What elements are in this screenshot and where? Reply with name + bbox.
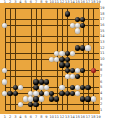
white-stone [75, 28, 80, 33]
row-label: 6 [100, 80, 102, 84]
column-label: 1 [4, 115, 6, 119]
grid-lines [5, 8, 99, 111]
column-label: 18 [91, 115, 95, 119]
row-label: 9 [100, 63, 102, 67]
white-stone [91, 96, 96, 101]
white-stone [85, 45, 90, 50]
white-stone [75, 91, 80, 96]
row-label: 17 [100, 17, 104, 21]
hoshi-point [51, 25, 53, 27]
black-stone [80, 23, 85, 28]
row-label: 15 [100, 29, 104, 33]
black-stone [65, 57, 70, 62]
row-label: 5 [100, 85, 102, 89]
row-label: 13 [100, 40, 104, 44]
black-stone [85, 96, 90, 101]
white-stone [39, 96, 44, 101]
column-label: 10 [49, 115, 53, 119]
column-label: 17 [86, 0, 90, 4]
row-label: 10 [100, 57, 104, 61]
column-label: 16 [81, 0, 85, 4]
white-stone [2, 23, 7, 28]
row-label: 14 [100, 34, 104, 38]
column-label: 2 [9, 0, 11, 4]
black-stone [33, 79, 38, 84]
column-label: 16 [81, 115, 85, 119]
black-stone [44, 79, 49, 84]
black-stone [49, 91, 54, 96]
column-label: 19 [96, 0, 100, 4]
white-stone [59, 85, 64, 90]
white-stone [18, 85, 23, 90]
row-label: 11 [100, 51, 104, 55]
row-label: 16 [100, 23, 104, 27]
go-board[interactable] [0, 3, 100, 114]
white-stone [2, 79, 7, 84]
white-stone [18, 102, 23, 107]
column-label: 14 [70, 0, 74, 4]
column-label: 4 [19, 115, 21, 119]
black-stone [59, 91, 64, 96]
black-stone [85, 85, 90, 90]
column-label: 15 [75, 115, 79, 119]
column-label: 18 [91, 0, 95, 4]
hoshi-point [20, 93, 22, 95]
black-stone [75, 74, 80, 79]
hoshi-point [82, 93, 84, 95]
column-label: 11 [55, 0, 59, 4]
column-label: 3 [14, 0, 16, 4]
column-label: 9 [45, 115, 47, 119]
column-label: 6 [30, 0, 32, 4]
white-stone [2, 68, 7, 73]
column-label: 12 [60, 0, 64, 4]
black-stone [33, 85, 38, 90]
column-label: 9 [45, 0, 47, 4]
column-label: 12 [60, 115, 64, 119]
hoshi-point [82, 59, 84, 61]
column-label: 13 [65, 0, 69, 4]
column-label: 7 [35, 115, 37, 119]
white-stone [70, 51, 75, 56]
column-label: 6 [30, 115, 32, 119]
column-label: 1 [4, 0, 6, 4]
black-stone [59, 62, 64, 67]
black-stone [65, 11, 70, 16]
column-label: 2 [9, 115, 11, 119]
black-stone [65, 62, 70, 67]
row-label: 19 [100, 6, 104, 10]
row-label: 4 [100, 91, 102, 95]
black-stone [80, 17, 85, 22]
column-label: 19 [96, 115, 100, 119]
column-label: 17 [86, 115, 90, 119]
row-label: 2 [100, 102, 102, 106]
black-stone [59, 57, 64, 62]
white-stone [33, 91, 38, 96]
column-label: 10 [49, 0, 53, 4]
black-stone [13, 91, 18, 96]
column-label: 5 [25, 115, 27, 119]
column-label: 11 [55, 115, 59, 119]
column-label: 4 [19, 0, 21, 4]
column-label: 15 [75, 0, 79, 4]
column-label: 8 [40, 115, 42, 119]
black-stone [33, 96, 38, 101]
column-label: 8 [40, 0, 42, 4]
red-stone [91, 68, 96, 73]
black-stone [7, 91, 12, 96]
go-diagram-page: 12345678910111213141516171819 1234567891… [0, 0, 120, 120]
column-label: 14 [70, 115, 74, 119]
row-label: 7 [100, 74, 102, 78]
black-stone [33, 102, 38, 107]
row-label: 3 [100, 97, 102, 101]
white-stone [44, 85, 49, 90]
row-label: 12 [100, 46, 104, 50]
column-label: 5 [25, 0, 27, 4]
row-label: 8 [100, 68, 102, 72]
hoshi-point [20, 25, 22, 27]
white-stone [59, 51, 64, 56]
hoshi-point [20, 59, 22, 61]
row-label: 1 [100, 108, 102, 112]
column-label: 3 [14, 115, 16, 119]
black-stone [80, 68, 85, 73]
column-label: 13 [65, 115, 69, 119]
row-label: 18 [100, 12, 104, 16]
black-stone [54, 96, 59, 101]
column-label: 7 [35, 0, 37, 4]
